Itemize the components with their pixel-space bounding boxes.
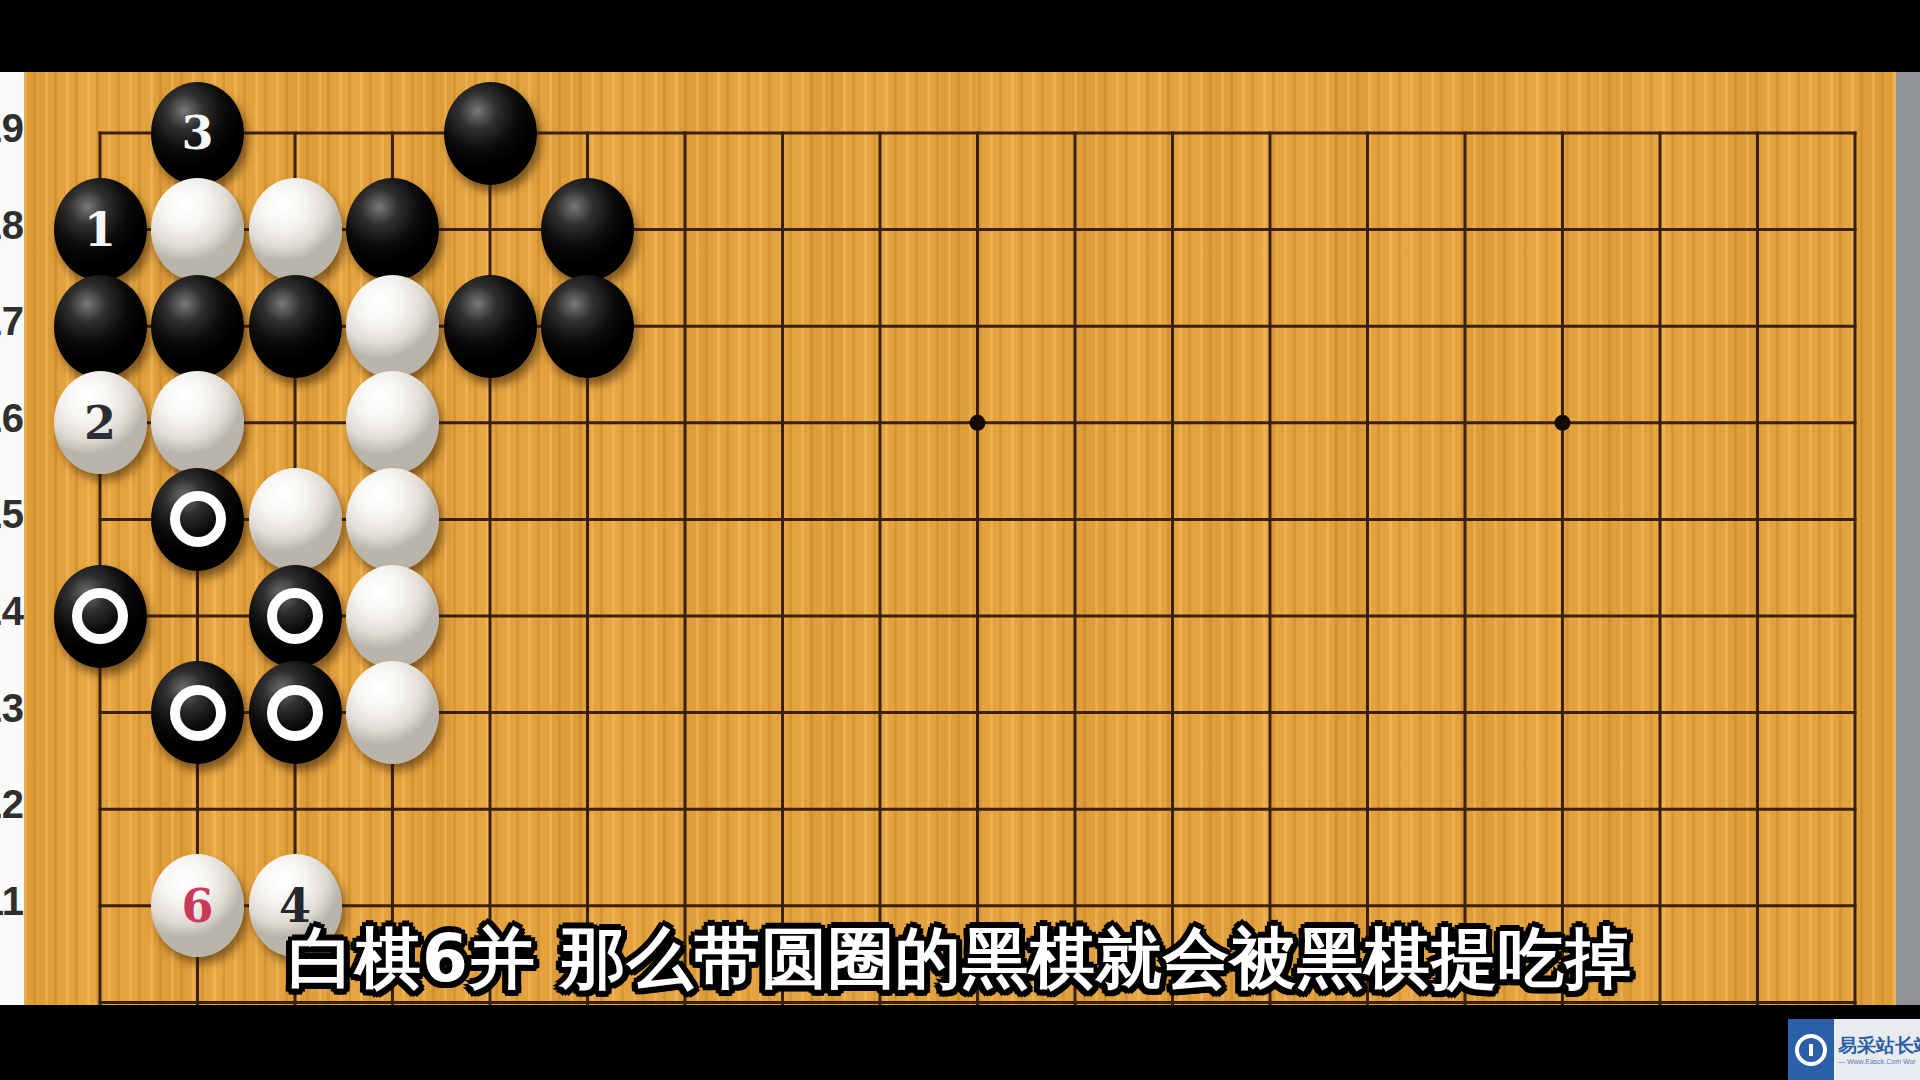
stone-C17: [249, 275, 342, 378]
stone-E17: [444, 275, 537, 378]
right-edge-strip: [1896, 72, 1920, 1005]
row-label-17: 17: [0, 299, 24, 353]
stone-D18: [346, 178, 439, 281]
row-label-16: 16: [0, 396, 24, 450]
row-label-14: 14: [0, 589, 24, 643]
circle-marker: [72, 588, 128, 644]
stone-C18: [249, 178, 342, 281]
stone-A18: 1: [54, 178, 147, 281]
stone-B16: [151, 371, 244, 474]
stone-B19: 3: [151, 82, 244, 185]
row-label-11: 11: [0, 879, 24, 933]
stone-number-label: 1: [54, 178, 147, 281]
stone-F18: [541, 178, 634, 281]
letterbox-bottom: [0, 1005, 1920, 1080]
stone-D14: [346, 565, 439, 668]
stone-A16: 2: [54, 371, 147, 474]
stone-number-label: 6: [151, 854, 244, 957]
easck-logo-icon: [1788, 1019, 1834, 1080]
subtitle-caption: 白棋6并 那么带圆圈的黑棋就会被黑棋提吃掉: [288, 914, 1632, 1004]
easck-logo-emblem-icon: [1795, 1034, 1827, 1066]
stone-A17: [54, 275, 147, 378]
row-label-18: 18: [0, 203, 24, 257]
circle-marker: [267, 685, 323, 741]
stone-D15: [346, 468, 439, 571]
letterbox-top: [0, 0, 1920, 72]
stone-B11: 6: [151, 854, 244, 957]
circle-marker: [170, 685, 226, 741]
coordinate-strip: 191817161514131211: [0, 72, 24, 1005]
stone-number-label: 2: [54, 371, 147, 474]
stone-D13: [346, 661, 439, 764]
stone-F17: [541, 275, 634, 378]
stone-E19: [444, 82, 537, 185]
row-label-15: 15: [0, 492, 24, 546]
stone-C15: [249, 468, 342, 571]
circle-marker: [170, 491, 226, 547]
row-label-12: 12: [0, 782, 24, 836]
watermark-title: 易采站长站: [1838, 1033, 1920, 1057]
stone-A14: [54, 565, 147, 668]
circle-marker: [267, 588, 323, 644]
watermark-text-block: 易采站长站 — Www.Easck.Com Wor: [1834, 1019, 1920, 1080]
stone-B18: [151, 178, 244, 281]
stone-D16: [346, 371, 439, 474]
stone-B15: [151, 468, 244, 571]
row-label-13: 13: [0, 686, 24, 740]
stone-D17: [346, 275, 439, 378]
stone-C13: [249, 661, 342, 764]
stone-B17: [151, 275, 244, 378]
stone-C14: [249, 565, 342, 668]
watermark-tagline: — Www.Easck.Com Wor: [1838, 1057, 1920, 1067]
row-label-19: 19: [0, 106, 24, 160]
stone-number-label: 3: [151, 82, 244, 185]
watermark-box: 易采站长站 — Www.Easck.Com Wor: [1788, 1019, 1920, 1080]
stone-B13: [151, 661, 244, 764]
